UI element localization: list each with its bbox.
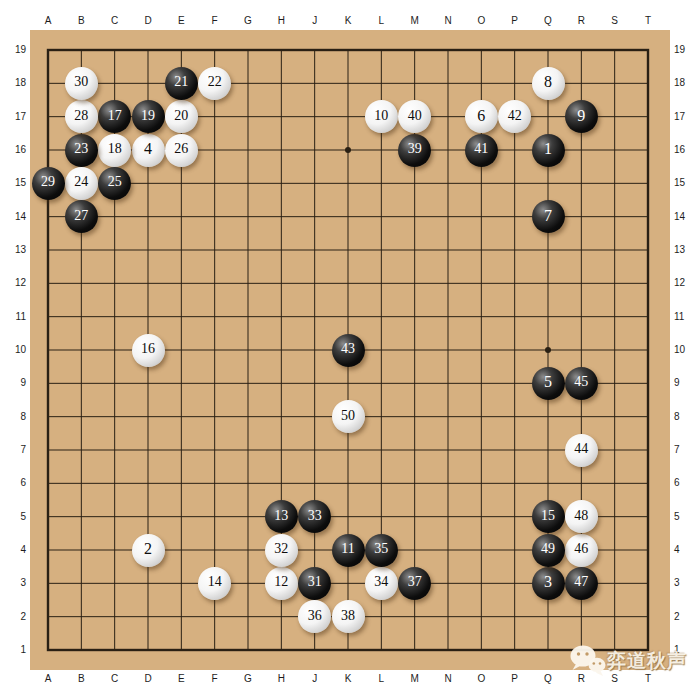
stone-black-1-Q16: 1 (532, 134, 565, 167)
move-number: 2 (144, 540, 152, 558)
move-number: 14 (208, 574, 222, 590)
coord-label-top-L: L (371, 15, 391, 27)
coord-label-bottom-N: N (438, 673, 458, 685)
stone-white-4-D16: 4 (132, 134, 165, 167)
move-number: 10 (374, 108, 388, 124)
move-number: 18 (108, 141, 122, 157)
stone-black-9-R17: 9 (565, 100, 598, 133)
coord-label-top-H: H (271, 15, 291, 27)
stone-white-38-K2: 38 (332, 600, 365, 633)
coord-label-right-12: 12 (674, 277, 698, 289)
coord-label-top-Q: Q (538, 15, 558, 27)
coord-label-top-E: E (171, 15, 191, 27)
coord-label-left-7: 7 (2, 444, 26, 456)
stone-white-24-B15: 24 (65, 167, 98, 200)
move-number: 40 (408, 108, 422, 124)
stone-white-50-K8: 50 (332, 400, 365, 433)
move-number: 33 (308, 508, 322, 524)
stone-black-39-M16: 39 (398, 134, 431, 167)
move-number: 30 (74, 74, 88, 90)
move-number: 24 (74, 174, 88, 190)
move-number: 5 (544, 373, 552, 391)
coord-label-top-P: P (505, 15, 525, 27)
coord-label-top-C: C (105, 15, 125, 27)
stone-white-12-H3: 12 (265, 567, 298, 600)
coord-label-right-15: 15 (674, 177, 698, 189)
go-board: 1234567891011121314151617181920212223242… (30, 30, 670, 670)
coord-label-top-O: O (471, 15, 491, 27)
move-number: 27 (74, 208, 88, 224)
move-number: 12 (274, 574, 288, 590)
move-number: 32 (274, 541, 288, 557)
move-number: 17 (108, 108, 122, 124)
coord-label-right-19: 19 (674, 44, 698, 56)
move-number: 1 (544, 140, 552, 158)
stone-black-49-Q4: 49 (532, 534, 565, 567)
coord-label-top-N: N (438, 15, 458, 27)
coord-label-right-2: 2 (674, 611, 698, 623)
coord-label-bottom-P: P (505, 673, 525, 685)
stone-white-34-L3: 34 (365, 567, 398, 600)
coord-label-right-4: 4 (674, 544, 698, 556)
stone-black-31-J3: 31 (298, 567, 331, 600)
stone-black-19-D17: 19 (132, 100, 165, 133)
move-number: 37 (408, 574, 422, 590)
coord-label-left-3: 3 (2, 577, 26, 589)
coord-label-bottom-C: C (105, 673, 125, 685)
move-number: 38 (341, 608, 355, 624)
coord-label-left-5: 5 (2, 511, 26, 523)
stone-black-3-Q3: 3 (532, 567, 565, 600)
wechat-icon (569, 644, 607, 678)
coord-label-left-14: 14 (2, 211, 26, 223)
coord-label-right-13: 13 (674, 244, 698, 256)
stone-black-21-E18: 21 (165, 67, 198, 100)
coord-label-bottom-D: D (138, 673, 158, 685)
stone-black-7-Q14: 7 (532, 200, 565, 233)
star-point-Q10 (545, 347, 551, 353)
coord-label-right-5: 5 (674, 511, 698, 523)
coord-label-bottom-Q: Q (538, 673, 558, 685)
coord-label-bottom-H: H (271, 673, 291, 685)
stone-black-35-L4: 35 (365, 534, 398, 567)
stone-black-41-O16: 41 (465, 134, 498, 167)
coord-label-left-15: 15 (2, 177, 26, 189)
stone-black-47-R3: 47 (565, 567, 598, 600)
move-number: 4 (144, 140, 152, 158)
move-number: 45 (574, 374, 588, 390)
stone-white-6-O17: 6 (465, 100, 498, 133)
move-number: 47 (574, 574, 588, 590)
watermark-text: 弈道秋声 (607, 648, 687, 674)
move-number: 11 (341, 541, 354, 557)
coord-label-right-14: 14 (674, 211, 698, 223)
move-number: 34 (374, 574, 388, 590)
stone-black-43-K10: 43 (332, 334, 365, 367)
stone-white-10-L17: 10 (365, 100, 398, 133)
stone-white-18-C16: 18 (98, 134, 131, 167)
coord-label-top-K: K (338, 15, 358, 27)
coord-label-top-J: J (305, 15, 325, 27)
move-number: 6 (477, 107, 485, 125)
coord-label-bottom-A: A (38, 673, 58, 685)
stone-white-20-E17: 20 (165, 100, 198, 133)
coord-label-right-11: 11 (674, 311, 698, 323)
move-number: 31 (308, 574, 322, 590)
coord-label-bottom-L: L (371, 673, 391, 685)
coord-label-left-18: 18 (2, 77, 26, 89)
stone-white-8-Q18: 8 (532, 67, 565, 100)
move-number: 36 (308, 608, 322, 624)
stone-black-25-C15: 25 (98, 167, 131, 200)
stone-white-14-F3: 14 (198, 567, 231, 600)
move-number: 20 (174, 108, 188, 124)
stone-black-23-B16: 23 (65, 134, 98, 167)
coord-label-top-T: T (638, 15, 658, 27)
coord-label-left-19: 19 (2, 44, 26, 56)
stone-black-5-Q9: 5 (532, 367, 565, 400)
move-number: 7 (544, 207, 552, 225)
coord-label-right-6: 6 (674, 477, 698, 489)
star-point-K16 (345, 147, 351, 153)
coord-label-bottom-F: F (205, 673, 225, 685)
coord-label-bottom-O: O (471, 673, 491, 685)
move-number: 3 (544, 573, 552, 591)
move-number: 21 (174, 74, 188, 90)
stone-white-16-D10: 16 (132, 334, 165, 367)
stone-black-15-Q5: 15 (532, 500, 565, 533)
coord-label-bottom-G: G (238, 673, 258, 685)
stone-white-2-D4: 2 (132, 534, 165, 567)
coord-label-top-M: M (405, 15, 425, 27)
stone-white-32-H4: 32 (265, 534, 298, 567)
coord-label-left-6: 6 (2, 477, 26, 489)
move-number: 19 (141, 108, 155, 124)
stone-white-46-R4: 46 (565, 534, 598, 567)
move-number: 43 (341, 341, 355, 357)
coord-label-top-R: R (571, 15, 591, 27)
coord-label-left-10: 10 (2, 344, 26, 356)
coord-label-left-1: 1 (2, 644, 26, 656)
coord-label-left-4: 4 (2, 544, 26, 556)
stone-white-26-E16: 26 (165, 134, 198, 167)
move-number: 49 (541, 541, 555, 557)
coord-label-left-17: 17 (2, 111, 26, 123)
coord-label-left-8: 8 (2, 411, 26, 423)
coord-label-top-F: F (205, 15, 225, 27)
move-number: 13 (274, 508, 288, 524)
move-number: 15 (541, 508, 555, 524)
move-number: 46 (574, 541, 588, 557)
coord-label-top-A: A (38, 15, 58, 27)
coord-label-right-3: 3 (674, 577, 698, 589)
coord-label-left-2: 2 (2, 611, 26, 623)
stone-white-30-B18: 30 (65, 67, 98, 100)
move-number: 35 (374, 541, 388, 557)
coord-label-right-17: 17 (674, 111, 698, 123)
move-number: 8 (544, 73, 552, 91)
coord-label-right-10: 10 (674, 344, 698, 356)
coord-label-right-7: 7 (674, 444, 698, 456)
coord-label-left-13: 13 (2, 244, 26, 256)
coord-label-right-18: 18 (674, 77, 698, 89)
coord-label-right-16: 16 (674, 144, 698, 156)
move-number: 42 (508, 108, 522, 124)
stone-black-11-K4: 11 (332, 534, 365, 567)
coord-label-left-12: 12 (2, 277, 26, 289)
watermark: 弈道秋声 (569, 644, 687, 678)
coord-label-top-D: D (138, 15, 158, 27)
coord-label-left-11: 11 (2, 311, 26, 323)
move-number: 39 (408, 141, 422, 157)
stone-black-27-B14: 27 (65, 200, 98, 233)
stone-white-28-B17: 28 (65, 100, 98, 133)
coord-label-bottom-K: K (338, 673, 358, 685)
stone-black-29-A15: 29 (32, 167, 65, 200)
stone-black-37-M3: 37 (398, 567, 431, 600)
move-number: 50 (341, 408, 355, 424)
move-number: 48 (574, 508, 588, 524)
coord-label-left-16: 16 (2, 144, 26, 156)
coord-label-top-G: G (238, 15, 258, 27)
stone-white-48-R5: 48 (565, 500, 598, 533)
coord-label-bottom-M: M (405, 673, 425, 685)
go-diagram: 1234567891011121314151617181920212223242… (0, 0, 700, 700)
move-number: 41 (474, 141, 488, 157)
move-number: 9 (577, 107, 585, 125)
move-number: 26 (174, 141, 188, 157)
move-number: 16 (141, 341, 155, 357)
stone-white-44-R7: 44 (565, 434, 598, 467)
move-number: 44 (574, 441, 588, 457)
move-number: 29 (41, 174, 55, 190)
coord-label-bottom-B: B (71, 673, 91, 685)
move-number: 28 (74, 108, 88, 124)
coord-label-top-S: S (605, 15, 625, 27)
stone-black-13-H5: 13 (265, 500, 298, 533)
coord-label-right-8: 8 (674, 411, 698, 423)
coord-label-top-B: B (71, 15, 91, 27)
stone-black-45-R9: 45 (565, 367, 598, 400)
move-number: 22 (208, 74, 222, 90)
move-number: 23 (74, 141, 88, 157)
coord-label-bottom-J: J (305, 673, 325, 685)
move-number: 25 (108, 174, 122, 190)
coord-label-right-9: 9 (674, 377, 698, 389)
coord-label-left-9: 9 (2, 377, 26, 389)
coord-label-bottom-E: E (171, 673, 191, 685)
stone-white-22-F18: 22 (198, 67, 231, 100)
